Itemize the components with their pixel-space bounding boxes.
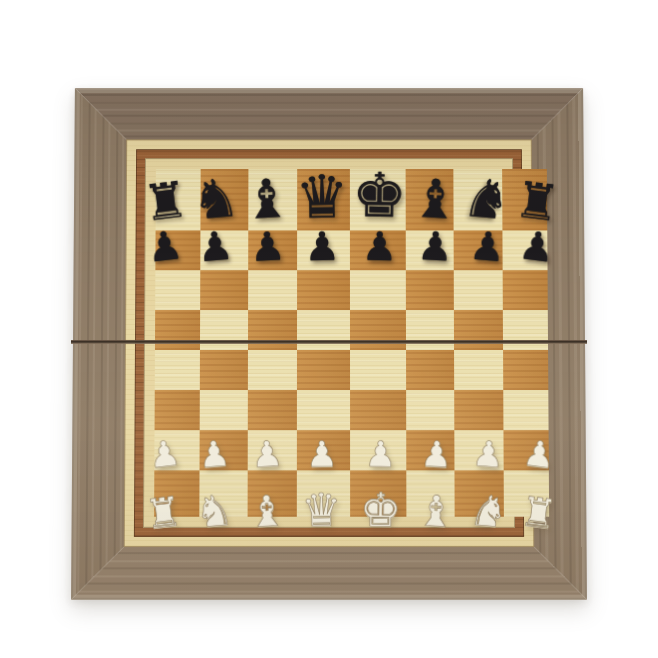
square-d7: ♟ <box>297 230 351 270</box>
square-a7: ♟ <box>155 230 200 270</box>
fold-seam-line <box>71 340 587 344</box>
piece-white-pawn-a2: ♟ <box>147 435 182 474</box>
square-a3 <box>155 390 200 430</box>
piece-black-knight-g8: ♞ <box>461 171 513 228</box>
photo-background: ♜♞♝♛♚♝♞♜♟♟♟♟♟♟♟♟♟♟♟♟♟♟♟♟♜♞♝♛♚♝♞♜ <box>0 0 658 658</box>
square-b6 <box>200 270 248 310</box>
piece-black-rook-a8: ♜ <box>140 174 190 229</box>
square-b2: ♟ <box>199 430 248 470</box>
square-g1: ♞ <box>455 470 504 516</box>
piece-white-pawn-b2: ♟ <box>198 436 232 474</box>
piece-white-pawn-d2: ♟ <box>306 437 338 473</box>
piece-black-rook-h8: ♜ <box>512 174 562 229</box>
square-f7: ♟ <box>406 230 454 270</box>
square-h2: ♟ <box>503 430 548 470</box>
square-g7: ♟ <box>454 230 502 270</box>
square-f2: ♟ <box>406 430 455 470</box>
piece-black-pawn-b7: ♟ <box>196 225 235 268</box>
piece-black-bishop-f8: ♝ <box>410 172 461 228</box>
piece-black-queen-d8: ♛ <box>295 167 350 227</box>
square-c4 <box>248 350 297 390</box>
piece-black-pawn-g7: ♟ <box>468 225 507 268</box>
piece-white-knight-g1: ♞ <box>468 489 509 535</box>
square-c1: ♝ <box>248 470 297 516</box>
square-b7: ♟ <box>200 230 248 270</box>
square-e4 <box>350 350 406 390</box>
square-c2: ♟ <box>248 430 297 470</box>
square-b5 <box>200 310 249 350</box>
piece-black-pawn-a7: ♟ <box>145 224 185 268</box>
square-h3 <box>503 390 548 430</box>
square-d4 <box>297 350 351 390</box>
square-e6 <box>350 270 406 310</box>
square-f3 <box>406 390 455 430</box>
square-b1: ♞ <box>199 470 248 516</box>
square-d5 <box>297 310 351 350</box>
square-g8: ♞ <box>454 169 502 230</box>
square-f1: ♝ <box>406 470 455 516</box>
piece-black-pawn-f7: ♟ <box>417 226 455 268</box>
square-e5 <box>350 310 406 350</box>
piece-black-pawn-d7: ♟ <box>304 226 340 266</box>
square-a2: ♟ <box>154 430 199 470</box>
square-b3 <box>199 390 248 430</box>
square-f5 <box>406 310 455 350</box>
square-g3 <box>455 390 504 430</box>
square-a5 <box>155 310 200 350</box>
piece-white-pawn-g2: ♟ <box>471 436 505 474</box>
piece-white-king-e1: ♚ <box>359 486 401 533</box>
square-d8: ♛ <box>297 169 351 230</box>
square-d2: ♟ <box>297 430 351 470</box>
square-d1: ♛ <box>297 470 351 516</box>
piece-black-knight-b8: ♞ <box>189 171 242 228</box>
piece-white-bishop-f1: ♝ <box>416 490 456 534</box>
square-h4 <box>503 350 548 390</box>
square-e2: ♟ <box>351 430 407 470</box>
square-c6 <box>248 270 296 310</box>
piece-white-knight-b1: ♞ <box>194 489 235 535</box>
piece-black-pawn-e7: ♟ <box>362 226 398 266</box>
piece-black-pawn-c7: ♟ <box>248 226 286 268</box>
square-h1: ♜ <box>504 470 549 516</box>
square-a6 <box>155 270 200 310</box>
chess-board: ♜♞♝♛♚♝♞♜♟♟♟♟♟♟♟♟♟♟♟♟♟♟♟♟♜♞♝♛♚♝♞♜ <box>71 88 587 600</box>
square-d3 <box>297 390 351 430</box>
square-f6 <box>406 270 454 310</box>
square-h6 <box>503 270 548 310</box>
square-d6 <box>297 270 351 310</box>
square-a1: ♜ <box>154 470 199 516</box>
piece-white-pawn-h2: ♟ <box>521 435 556 474</box>
square-c7: ♟ <box>248 230 296 270</box>
square-c8: ♝ <box>249 169 297 230</box>
square-h7: ♟ <box>502 230 547 270</box>
square-b4 <box>200 350 249 390</box>
square-e3 <box>350 390 406 430</box>
square-c3 <box>248 390 297 430</box>
square-g2: ♟ <box>455 430 504 470</box>
piece-white-bishop-c1: ♝ <box>247 490 287 534</box>
piece-black-pawn-h7: ♟ <box>517 224 557 268</box>
piece-black-king-e8: ♚ <box>352 165 408 227</box>
piece-white-queen-d1: ♛ <box>301 487 342 533</box>
square-e7: ♟ <box>350 230 406 270</box>
square-g4 <box>455 350 504 390</box>
square-g5 <box>454 310 503 350</box>
square-a4 <box>155 350 200 390</box>
piece-white-pawn-e2: ♟ <box>364 437 396 473</box>
square-f8: ♝ <box>406 169 454 230</box>
square-f4 <box>406 350 455 390</box>
piece-white-pawn-c2: ♟ <box>250 436 283 473</box>
square-e8: ♚ <box>350 169 405 230</box>
piece-white-pawn-f2: ♟ <box>419 436 452 473</box>
piece-white-rook-a1: ♜ <box>144 491 184 535</box>
square-e1: ♚ <box>351 470 407 516</box>
piece-black-bishop-c8: ♝ <box>242 172 293 228</box>
square-g6 <box>454 270 503 310</box>
square-h5 <box>503 310 548 350</box>
piece-white-rook-h1: ♜ <box>519 491 559 535</box>
square-c5 <box>248 310 296 350</box>
